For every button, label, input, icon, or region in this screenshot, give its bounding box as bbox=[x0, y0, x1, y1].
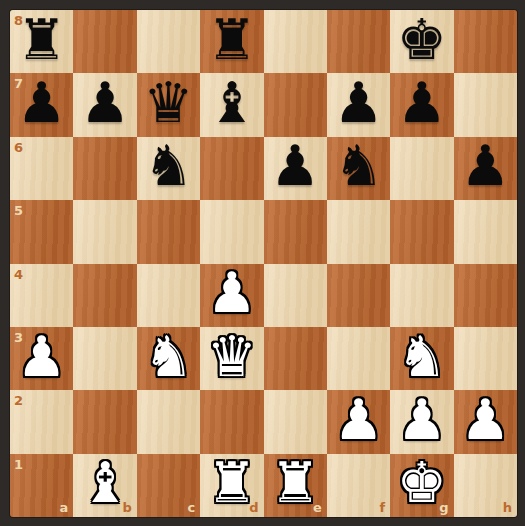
square-b8[interactable] bbox=[73, 10, 136, 73]
square-f8[interactable] bbox=[327, 10, 390, 73]
square-d5[interactable] bbox=[200, 200, 263, 263]
square-f5[interactable] bbox=[327, 200, 390, 263]
square-g7[interactable]: ♟ bbox=[390, 73, 453, 136]
file-label-h: h bbox=[503, 501, 512, 514]
square-c1[interactable]: c bbox=[137, 454, 200, 517]
square-f7[interactable]: ♟ bbox=[327, 73, 390, 136]
square-a3[interactable]: 3♟ bbox=[10, 327, 73, 390]
rank-label-2: 2 bbox=[14, 394, 23, 407]
piece-black-pawn[interactable]: ♟ bbox=[80, 75, 130, 131]
square-a4[interactable]: 4 bbox=[10, 264, 73, 327]
piece-black-king[interactable]: ♚ bbox=[397, 12, 447, 68]
square-a1[interactable]: 1a bbox=[10, 454, 73, 517]
piece-black-rook[interactable]: ♜ bbox=[207, 12, 257, 68]
square-b5[interactable] bbox=[73, 200, 136, 263]
square-h8[interactable] bbox=[454, 10, 517, 73]
square-a2[interactable]: 2 bbox=[10, 390, 73, 453]
square-a6[interactable]: 6 bbox=[10, 137, 73, 200]
square-c5[interactable] bbox=[137, 200, 200, 263]
square-e7[interactable] bbox=[264, 73, 327, 136]
piece-black-pawn[interactable]: ♟ bbox=[333, 75, 383, 131]
square-e3[interactable] bbox=[264, 327, 327, 390]
piece-white-queen[interactable]: ♛ bbox=[207, 329, 257, 385]
square-d6[interactable] bbox=[200, 137, 263, 200]
square-c8[interactable] bbox=[137, 10, 200, 73]
square-d1[interactable]: d♜ bbox=[200, 454, 263, 517]
square-g6[interactable] bbox=[390, 137, 453, 200]
piece-white-pawn[interactable]: ♟ bbox=[207, 265, 257, 321]
square-e2[interactable] bbox=[264, 390, 327, 453]
square-f6[interactable]: ♞ bbox=[327, 137, 390, 200]
square-e6[interactable]: ♟ bbox=[264, 137, 327, 200]
square-h1[interactable]: h bbox=[454, 454, 517, 517]
square-g4[interactable] bbox=[390, 264, 453, 327]
piece-white-knight[interactable]: ♞ bbox=[143, 329, 193, 385]
square-h3[interactable] bbox=[454, 327, 517, 390]
square-c3[interactable]: ♞ bbox=[137, 327, 200, 390]
piece-black-knight[interactable]: ♞ bbox=[143, 138, 193, 194]
square-c4[interactable] bbox=[137, 264, 200, 327]
square-c7[interactable]: ♛ bbox=[137, 73, 200, 136]
square-e8[interactable] bbox=[264, 10, 327, 73]
square-h7[interactable] bbox=[454, 73, 517, 136]
square-d2[interactable] bbox=[200, 390, 263, 453]
piece-black-bishop[interactable]: ♝ bbox=[207, 75, 257, 131]
piece-white-knight[interactable]: ♞ bbox=[397, 329, 447, 385]
square-f2[interactable]: ♟ bbox=[327, 390, 390, 453]
square-b3[interactable] bbox=[73, 327, 136, 390]
square-f4[interactable] bbox=[327, 264, 390, 327]
square-b1[interactable]: b♝ bbox=[73, 454, 136, 517]
file-label-c: c bbox=[187, 501, 195, 514]
rank-label-4: 4 bbox=[14, 268, 23, 281]
square-d7[interactable]: ♝ bbox=[200, 73, 263, 136]
square-g2[interactable]: ♟ bbox=[390, 390, 453, 453]
piece-black-queen[interactable]: ♛ bbox=[143, 75, 193, 131]
piece-white-pawn[interactable]: ♟ bbox=[333, 392, 383, 448]
rank-label-5: 5 bbox=[14, 204, 23, 217]
piece-white-rook[interactable]: ♜ bbox=[207, 455, 257, 511]
square-h6[interactable]: ♟ bbox=[454, 137, 517, 200]
piece-black-pawn[interactable]: ♟ bbox=[17, 75, 67, 131]
square-a5[interactable]: 5 bbox=[10, 200, 73, 263]
square-d3[interactable]: ♛ bbox=[200, 327, 263, 390]
piece-white-pawn[interactable]: ♟ bbox=[460, 392, 510, 448]
square-e5[interactable] bbox=[264, 200, 327, 263]
square-c6[interactable]: ♞ bbox=[137, 137, 200, 200]
file-label-f: f bbox=[380, 501, 386, 514]
square-f3[interactable] bbox=[327, 327, 390, 390]
piece-white-bishop[interactable]: ♝ bbox=[80, 455, 130, 511]
page-background: 8♜♜♚7♟♟♛♝♟♟6♞♟♞♟54♟3♟♞♛♞2♟♟♟1ab♝cd♜e♜fg♚… bbox=[0, 0, 525, 526]
square-g1[interactable]: g♚ bbox=[390, 454, 453, 517]
piece-black-pawn[interactable]: ♟ bbox=[270, 138, 320, 194]
piece-white-king[interactable]: ♚ bbox=[397, 455, 447, 511]
square-b7[interactable]: ♟ bbox=[73, 73, 136, 136]
square-b6[interactable] bbox=[73, 137, 136, 200]
square-a7[interactable]: 7♟ bbox=[10, 73, 73, 136]
square-g8[interactable]: ♚ bbox=[390, 10, 453, 73]
piece-white-pawn[interactable]: ♟ bbox=[17, 329, 67, 385]
square-b4[interactable] bbox=[73, 264, 136, 327]
square-f1[interactable]: f bbox=[327, 454, 390, 517]
rank-label-6: 6 bbox=[14, 141, 23, 154]
square-a8[interactable]: 8♜ bbox=[10, 10, 73, 73]
square-g3[interactable]: ♞ bbox=[390, 327, 453, 390]
piece-white-pawn[interactable]: ♟ bbox=[397, 392, 447, 448]
piece-black-pawn[interactable]: ♟ bbox=[460, 138, 510, 194]
file-label-a: a bbox=[60, 501, 69, 514]
chess-board: 8♜♜♚7♟♟♛♝♟♟6♞♟♞♟54♟3♟♞♛♞2♟♟♟1ab♝cd♜e♜fg♚… bbox=[10, 10, 517, 517]
piece-black-knight[interactable]: ♞ bbox=[333, 138, 383, 194]
rank-label-1: 1 bbox=[14, 458, 23, 471]
square-d8[interactable]: ♜ bbox=[200, 10, 263, 73]
square-c2[interactable] bbox=[137, 390, 200, 453]
square-e1[interactable]: e♜ bbox=[264, 454, 327, 517]
piece-white-rook[interactable]: ♜ bbox=[270, 455, 320, 511]
square-g5[interactable] bbox=[390, 200, 453, 263]
square-h2[interactable]: ♟ bbox=[454, 390, 517, 453]
piece-black-pawn[interactable]: ♟ bbox=[397, 75, 447, 131]
square-e4[interactable] bbox=[264, 264, 327, 327]
piece-black-rook[interactable]: ♜ bbox=[17, 12, 67, 68]
square-b2[interactable] bbox=[73, 390, 136, 453]
square-h4[interactable] bbox=[454, 264, 517, 327]
square-h5[interactable] bbox=[454, 200, 517, 263]
square-d4[interactable]: ♟ bbox=[200, 264, 263, 327]
